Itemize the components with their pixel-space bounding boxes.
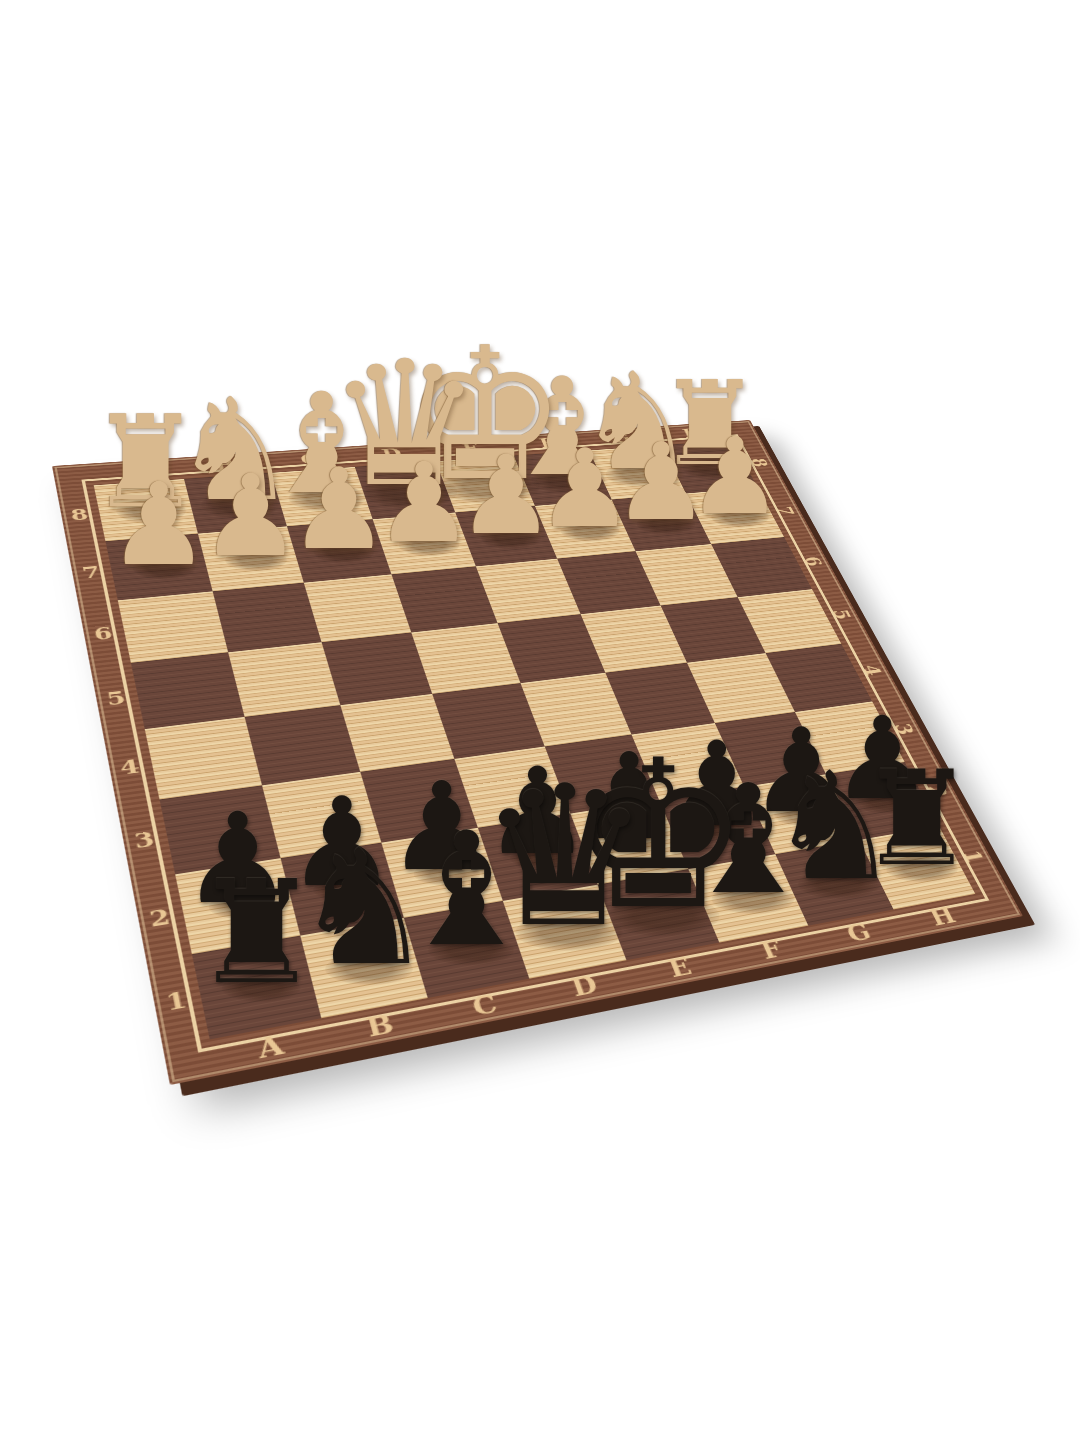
piece-white-pawn-d7[interactable]: ♟ (375, 448, 474, 558)
piece-white-pawn-c7[interactable]: ♟ (289, 453, 389, 565)
piece-white-pawn-a7[interactable]: ♟ (108, 468, 210, 582)
pieces-layer: ♜♞♝♛♚♝♞♜♟♟♟♟♟♟♟♟♟♟♟♟♟♟♟♟♜♞♝♛♚♝♞♜ (0, 0, 1080, 1440)
piece-black-rook-a1[interactable]: ♜ (192, 861, 320, 1004)
piece-white-pawn-b7[interactable]: ♟ (200, 460, 301, 573)
product-photo-scene: ABCDEFGH ABCDEFGH 87654321 87654321 ♜♞♝♛… (0, 0, 1080, 1440)
